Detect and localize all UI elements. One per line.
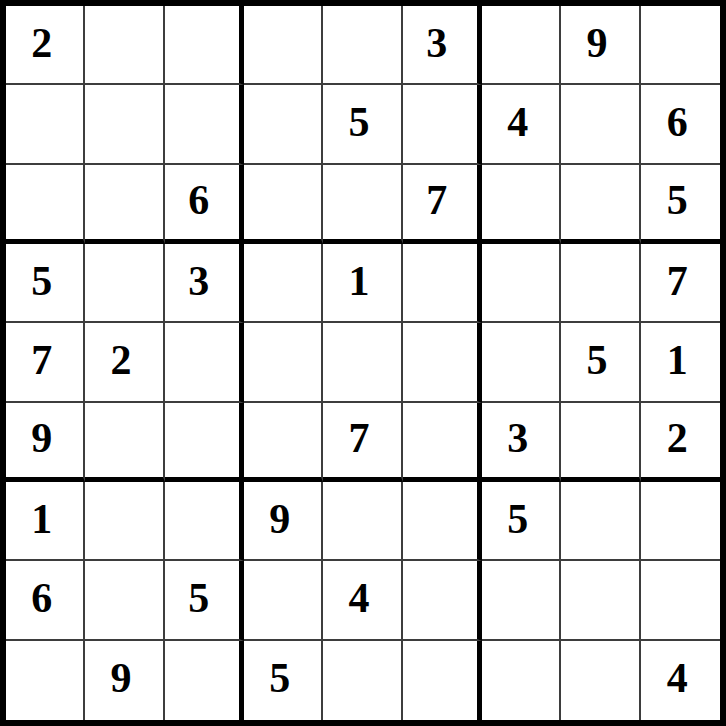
cell-r6c7-given: 3 <box>482 403 561 482</box>
cell-r8c2-empty[interactable] <box>85 561 164 640</box>
cell-r5c3-empty[interactable] <box>165 323 244 402</box>
cell-r6c4-empty[interactable] <box>244 403 323 482</box>
cell-r9c2-given: 9 <box>85 641 164 720</box>
cell-r2c2-empty[interactable] <box>85 85 164 164</box>
cell-r9c4-given: 5 <box>244 641 323 720</box>
cell-r7c6-empty[interactable] <box>403 482 482 561</box>
cell-r1c9-empty[interactable] <box>641 6 720 85</box>
cell-r7c1-given: 1 <box>6 482 85 561</box>
cell-r2c5-given: 5 <box>323 85 402 164</box>
cell-r9c1-empty[interactable] <box>6 641 85 720</box>
cell-r8c3-given: 5 <box>165 561 244 640</box>
cell-r2c6-empty[interactable] <box>403 85 482 164</box>
cell-r1c4-empty[interactable] <box>244 6 323 85</box>
cell-r5c2-given: 2 <box>85 323 164 402</box>
sudoku-board: 239546675531772519732195654954 <box>0 0 726 726</box>
cell-r4c7-empty[interactable] <box>482 244 561 323</box>
cell-r4c6-empty[interactable] <box>403 244 482 323</box>
cell-r5c6-empty[interactable] <box>403 323 482 402</box>
cell-r7c5-empty[interactable] <box>323 482 402 561</box>
cell-r6c9-given: 2 <box>641 403 720 482</box>
cell-r2c3-empty[interactable] <box>165 85 244 164</box>
cell-r3c7-empty[interactable] <box>482 165 561 244</box>
cell-r8c5-given: 4 <box>323 561 402 640</box>
cell-r4c4-empty[interactable] <box>244 244 323 323</box>
cell-r6c8-empty[interactable] <box>561 403 640 482</box>
cell-r2c1-empty[interactable] <box>6 85 85 164</box>
cell-r6c6-empty[interactable] <box>403 403 482 482</box>
cell-r1c6-given: 3 <box>403 6 482 85</box>
cell-r5c5-empty[interactable] <box>323 323 402 402</box>
cell-r6c3-empty[interactable] <box>165 403 244 482</box>
cell-r6c2-empty[interactable] <box>85 403 164 482</box>
cell-r7c4-given: 9 <box>244 482 323 561</box>
cell-r2c7-given: 4 <box>482 85 561 164</box>
cell-r8c7-empty[interactable] <box>482 561 561 640</box>
cell-r9c3-empty[interactable] <box>165 641 244 720</box>
cell-r1c8-given: 9 <box>561 6 640 85</box>
cell-r1c1-given: 2 <box>6 6 85 85</box>
cell-r3c2-empty[interactable] <box>85 165 164 244</box>
cell-r7c8-empty[interactable] <box>561 482 640 561</box>
cell-r8c9-empty[interactable] <box>641 561 720 640</box>
cell-r3c6-given: 7 <box>403 165 482 244</box>
cell-r1c3-empty[interactable] <box>165 6 244 85</box>
cell-r3c9-given: 5 <box>641 165 720 244</box>
cell-r4c3-given: 3 <box>165 244 244 323</box>
cell-r5c8-given: 5 <box>561 323 640 402</box>
cell-r2c9-given: 6 <box>641 85 720 164</box>
cell-r5c1-given: 7 <box>6 323 85 402</box>
cell-r8c4-empty[interactable] <box>244 561 323 640</box>
cell-r5c9-given: 1 <box>641 323 720 402</box>
cell-r8c1-given: 6 <box>6 561 85 640</box>
cell-r8c8-empty[interactable] <box>561 561 640 640</box>
cell-r5c7-empty[interactable] <box>482 323 561 402</box>
cell-r4c1-given: 5 <box>6 244 85 323</box>
cell-r1c2-empty[interactable] <box>85 6 164 85</box>
cell-r2c8-empty[interactable] <box>561 85 640 164</box>
cell-r7c3-empty[interactable] <box>165 482 244 561</box>
cell-r9c8-empty[interactable] <box>561 641 640 720</box>
cell-r7c2-empty[interactable] <box>85 482 164 561</box>
cell-r9c9-given: 4 <box>641 641 720 720</box>
cell-r4c2-empty[interactable] <box>85 244 164 323</box>
cell-r3c8-empty[interactable] <box>561 165 640 244</box>
cell-r6c1-given: 9 <box>6 403 85 482</box>
cell-r9c7-empty[interactable] <box>482 641 561 720</box>
cell-r4c5-given: 1 <box>323 244 402 323</box>
cell-r4c9-given: 7 <box>641 244 720 323</box>
cell-r1c7-empty[interactable] <box>482 6 561 85</box>
cell-r1c5-empty[interactable] <box>323 6 402 85</box>
cell-r7c7-given: 5 <box>482 482 561 561</box>
cell-r5c4-empty[interactable] <box>244 323 323 402</box>
cell-r2c4-empty[interactable] <box>244 85 323 164</box>
cell-r3c3-given: 6 <box>165 165 244 244</box>
cell-r3c1-empty[interactable] <box>6 165 85 244</box>
cell-r3c4-empty[interactable] <box>244 165 323 244</box>
cell-r6c5-given: 7 <box>323 403 402 482</box>
cell-r9c5-empty[interactable] <box>323 641 402 720</box>
cell-r7c9-empty[interactable] <box>641 482 720 561</box>
cell-r8c6-empty[interactable] <box>403 561 482 640</box>
cell-r4c8-empty[interactable] <box>561 244 640 323</box>
cell-r9c6-empty[interactable] <box>403 641 482 720</box>
cell-r3c5-empty[interactable] <box>323 165 402 244</box>
